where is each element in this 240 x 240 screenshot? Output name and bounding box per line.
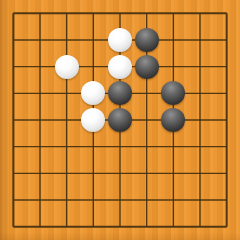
stone-white bbox=[55, 55, 79, 79]
intersection-J2[interactable] bbox=[213, 187, 240, 214]
intersection-G4[interactable] bbox=[160, 133, 187, 160]
intersection-G1[interactable] bbox=[160, 213, 187, 240]
intersection-C8[interactable] bbox=[53, 27, 80, 54]
intersection-D2[interactable] bbox=[80, 187, 107, 214]
intersection-A1[interactable] bbox=[0, 213, 27, 240]
intersection-G5[interactable] bbox=[160, 107, 187, 134]
intersection-H7[interactable] bbox=[187, 53, 214, 80]
intersection-G8[interactable] bbox=[160, 27, 187, 54]
intersection-A6[interactable] bbox=[0, 80, 27, 107]
intersection-A4[interactable] bbox=[0, 133, 27, 160]
intersection-D6[interactable] bbox=[80, 80, 107, 107]
intersection-D1[interactable] bbox=[80, 213, 107, 240]
stone-black bbox=[161, 81, 185, 105]
stone-white bbox=[108, 55, 132, 79]
intersection-H8[interactable] bbox=[187, 27, 214, 54]
intersection-J3[interactable] bbox=[213, 160, 240, 187]
intersection-B5[interactable] bbox=[27, 107, 54, 134]
stone-white bbox=[108, 28, 132, 52]
intersection-E1[interactable] bbox=[107, 213, 134, 240]
intersection-E5[interactable] bbox=[107, 107, 134, 134]
intersection-F5[interactable] bbox=[133, 107, 160, 134]
intersection-F6[interactable] bbox=[133, 80, 160, 107]
intersection-F8[interactable] bbox=[133, 27, 160, 54]
intersection-D9[interactable] bbox=[80, 0, 107, 27]
intersection-E6[interactable] bbox=[107, 80, 134, 107]
intersection-J9[interactable] bbox=[213, 0, 240, 27]
intersection-C6[interactable] bbox=[53, 80, 80, 107]
intersection-E2[interactable] bbox=[107, 187, 134, 214]
intersection-E9[interactable] bbox=[107, 0, 134, 27]
intersection-D3[interactable] bbox=[80, 160, 107, 187]
intersection-B3[interactable] bbox=[27, 160, 54, 187]
intersection-B7[interactable] bbox=[27, 53, 54, 80]
intersection-J1[interactable] bbox=[213, 213, 240, 240]
intersection-C4[interactable] bbox=[53, 133, 80, 160]
intersection-A7[interactable] bbox=[0, 53, 27, 80]
intersection-B1[interactable] bbox=[27, 213, 54, 240]
intersection-B8[interactable] bbox=[27, 27, 54, 54]
intersection-F2[interactable] bbox=[133, 187, 160, 214]
intersection-H2[interactable] bbox=[187, 187, 214, 214]
go-board[interactable] bbox=[0, 0, 240, 240]
intersection-A9[interactable] bbox=[0, 0, 27, 27]
intersection-H9[interactable] bbox=[187, 0, 214, 27]
intersection-B6[interactable] bbox=[27, 80, 54, 107]
stone-black bbox=[161, 108, 185, 132]
intersection-C3[interactable] bbox=[53, 160, 80, 187]
intersection-G9[interactable] bbox=[160, 0, 187, 27]
intersection-H6[interactable] bbox=[187, 80, 214, 107]
intersection-G3[interactable] bbox=[160, 160, 187, 187]
intersection-E7[interactable] bbox=[107, 53, 134, 80]
intersection-E4[interactable] bbox=[107, 133, 134, 160]
stone-white bbox=[81, 108, 105, 132]
intersection-G2[interactable] bbox=[160, 187, 187, 214]
intersection-B9[interactable] bbox=[27, 0, 54, 27]
intersection-C1[interactable] bbox=[53, 213, 80, 240]
intersection-A2[interactable] bbox=[0, 187, 27, 214]
intersection-H5[interactable] bbox=[187, 107, 214, 134]
intersection-J5[interactable] bbox=[213, 107, 240, 134]
intersection-J6[interactable] bbox=[213, 80, 240, 107]
intersection-J7[interactable] bbox=[213, 53, 240, 80]
stone-black bbox=[135, 28, 159, 52]
intersection-E3[interactable] bbox=[107, 160, 134, 187]
intersection-B2[interactable] bbox=[27, 187, 54, 214]
intersection-D5[interactable] bbox=[80, 107, 107, 134]
intersection-F1[interactable] bbox=[133, 213, 160, 240]
stone-black bbox=[108, 81, 132, 105]
intersection-A5[interactable] bbox=[0, 107, 27, 134]
intersection-B4[interactable] bbox=[27, 133, 54, 160]
intersection-A3[interactable] bbox=[0, 160, 27, 187]
intersection-F3[interactable] bbox=[133, 160, 160, 187]
intersection-D8[interactable] bbox=[80, 27, 107, 54]
stone-black bbox=[135, 55, 159, 79]
intersection-G7[interactable] bbox=[160, 53, 187, 80]
intersection-H4[interactable] bbox=[187, 133, 214, 160]
intersection-H3[interactable] bbox=[187, 160, 214, 187]
intersection-D4[interactable] bbox=[80, 133, 107, 160]
intersection-D7[interactable] bbox=[80, 53, 107, 80]
intersection-C9[interactable] bbox=[53, 0, 80, 27]
stone-white bbox=[81, 81, 105, 105]
intersection-F4[interactable] bbox=[133, 133, 160, 160]
stone-black bbox=[108, 108, 132, 132]
intersection-G6[interactable] bbox=[160, 80, 187, 107]
intersection-A8[interactable] bbox=[0, 27, 27, 54]
intersection-C5[interactable] bbox=[53, 107, 80, 134]
intersection-H1[interactable] bbox=[187, 213, 214, 240]
intersection-J8[interactable] bbox=[213, 27, 240, 54]
intersection-F7[interactable] bbox=[133, 53, 160, 80]
intersection-E8[interactable] bbox=[107, 27, 134, 54]
stones-layer bbox=[0, 0, 240, 240]
intersection-J4[interactable] bbox=[213, 133, 240, 160]
intersection-C2[interactable] bbox=[53, 187, 80, 214]
intersection-C7[interactable] bbox=[53, 53, 80, 80]
intersection-F9[interactable] bbox=[133, 0, 160, 27]
